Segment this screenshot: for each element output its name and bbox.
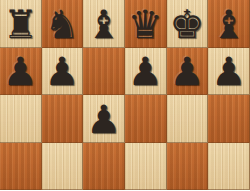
square-a8[interactable]: ♜: [0, 0, 42, 48]
square-c8[interactable]: ♝: [83, 0, 125, 48]
square-c6[interactable]: ♟: [83, 95, 125, 143]
black-pawn[interactable]: ♟: [86, 100, 121, 139]
square-b6[interactable]: [42, 95, 84, 143]
square-d6[interactable]: [125, 95, 167, 143]
black-pawn[interactable]: ♟: [45, 52, 80, 91]
square-c5[interactable]: [83, 143, 125, 191]
square-c7[interactable]: [83, 48, 125, 96]
black-knight[interactable]: ♞: [45, 5, 80, 44]
square-f7[interactable]: ♟: [208, 48, 250, 96]
square-f8[interactable]: ♝: [208, 0, 250, 48]
square-f5[interactable]: [208, 143, 250, 191]
black-king[interactable]: ♚: [170, 5, 205, 44]
square-e5[interactable]: [167, 143, 209, 191]
square-d8[interactable]: ♛: [125, 0, 167, 48]
black-bishop[interactable]: ♝: [86, 5, 121, 44]
chess-app-viewport: ♜♞♝♛♚♝♟♟♟♟♟♟: [0, 0, 250, 190]
black-rook[interactable]: ♜: [3, 5, 38, 44]
black-pawn[interactable]: ♟: [3, 52, 38, 91]
square-b7[interactable]: ♟: [42, 48, 84, 96]
square-d7[interactable]: ♟: [125, 48, 167, 96]
black-pawn[interactable]: ♟: [128, 52, 163, 91]
square-d5[interactable]: [125, 143, 167, 191]
square-b5[interactable]: [42, 143, 84, 191]
square-e7[interactable]: ♟: [167, 48, 209, 96]
square-e8[interactable]: ♚: [167, 0, 209, 48]
black-queen[interactable]: ♛: [128, 5, 163, 44]
square-a6[interactable]: [0, 95, 42, 143]
square-a5[interactable]: [0, 143, 42, 191]
square-e6[interactable]: [167, 95, 209, 143]
chess-board: ♜♞♝♛♚♝♟♟♟♟♟♟: [0, 0, 250, 190]
square-a7[interactable]: ♟: [0, 48, 42, 96]
black-pawn[interactable]: ♟: [170, 52, 205, 91]
square-b8[interactable]: ♞: [42, 0, 84, 48]
black-bishop[interactable]: ♝: [211, 5, 246, 44]
square-f6[interactable]: [208, 95, 250, 143]
black-pawn[interactable]: ♟: [211, 52, 246, 91]
